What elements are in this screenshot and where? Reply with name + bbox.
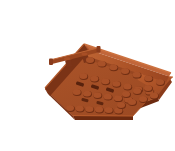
stud-top — [133, 72, 141, 78]
stud-top — [101, 78, 109, 84]
stud-top — [79, 73, 87, 79]
handle-end-left — [49, 59, 53, 66]
stud-top — [98, 61, 106, 67]
lego-part-render — [40, 16, 175, 151]
stud-top — [112, 81, 120, 87]
stud-top — [121, 68, 129, 74]
stud-top — [122, 91, 130, 97]
stud-top — [133, 88, 141, 94]
stud-top — [66, 105, 74, 111]
stud-top — [95, 107, 103, 113]
stud-top — [150, 93, 158, 99]
handle-clip-right — [82, 52, 88, 55]
stud-top — [123, 84, 131, 90]
lego-part-image — [40, 16, 175, 151]
stud-top — [144, 85, 152, 91]
stud-top — [117, 102, 125, 108]
handle-end-right — [97, 46, 101, 53]
front-side-face — [73, 116, 133, 120]
stud-top — [139, 96, 147, 102]
stud-top — [128, 99, 136, 105]
stud-top — [156, 79, 164, 85]
stud-top — [85, 106, 93, 112]
stud-top — [144, 75, 152, 81]
stud-top — [105, 107, 113, 113]
stud-top — [83, 91, 91, 97]
stud-top — [86, 57, 94, 63]
stud-top — [109, 64, 117, 70]
stud-top — [76, 106, 84, 112]
handle-clip-left — [64, 57, 70, 60]
stud-top — [90, 76, 98, 82]
stud-top — [93, 92, 101, 98]
stud-top — [114, 95, 122, 101]
stud-top — [73, 89, 81, 95]
stud-top — [104, 94, 112, 100]
